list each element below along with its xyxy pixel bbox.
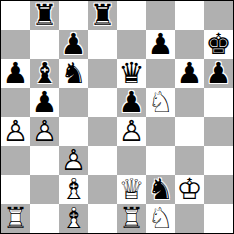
- black-pawn[interactable]: ♟: [146, 30, 175, 59]
- square-g3[interactable]: [175, 146, 204, 175]
- square-h3[interactable]: [204, 146, 233, 175]
- white-bishop-outline: ♗: [59, 204, 88, 233]
- square-e8[interactable]: [117, 1, 146, 30]
- white-rook-outline: ♖: [117, 204, 146, 233]
- square-d8[interactable]: ♜: [88, 1, 117, 30]
- square-b2[interactable]: [30, 175, 59, 204]
- white-knight[interactable]: ♞♘: [146, 88, 175, 117]
- square-g7[interactable]: [175, 30, 204, 59]
- black-rook[interactable]: ♜: [88, 1, 117, 30]
- white-knight-outline: ♘: [146, 88, 175, 117]
- square-e3[interactable]: [117, 146, 146, 175]
- white-pawn-outline: ♙: [59, 146, 88, 175]
- square-a5[interactable]: [1, 88, 30, 117]
- square-g1[interactable]: [175, 204, 204, 233]
- white-pawn[interactable]: ♟♙: [117, 117, 146, 146]
- black-bishop[interactable]: ♝: [30, 59, 59, 88]
- square-c6[interactable]: ♞: [59, 59, 88, 88]
- square-g8[interactable]: [175, 1, 204, 30]
- square-f8[interactable]: [146, 1, 175, 30]
- square-e4[interactable]: ♟♙: [117, 117, 146, 146]
- white-bishop[interactable]: ♝♗: [59, 175, 88, 204]
- square-d3[interactable]: [88, 146, 117, 175]
- black-queen[interactable]: ♛: [117, 59, 146, 88]
- square-a4[interactable]: ♟♙: [1, 117, 30, 146]
- white-pawn[interactable]: ♟♙: [59, 146, 88, 175]
- square-e2[interactable]: ♛♕: [117, 175, 146, 204]
- square-b1[interactable]: [30, 204, 59, 233]
- square-e7[interactable]: [117, 30, 146, 59]
- square-c2[interactable]: ♝♗: [59, 175, 88, 204]
- square-e6[interactable]: ♛: [117, 59, 146, 88]
- white-queen-outline: ♕: [117, 175, 146, 204]
- black-pawn[interactable]: ♟: [117, 88, 146, 117]
- square-d4[interactable]: [88, 117, 117, 146]
- square-h4[interactable]: [204, 117, 233, 146]
- white-pawn-outline: ♙: [30, 117, 59, 146]
- black-pawn[interactable]: ♟: [1, 59, 30, 88]
- square-d5[interactable]: [88, 88, 117, 117]
- square-d6[interactable]: [88, 59, 117, 88]
- square-f5[interactable]: ♞♘: [146, 88, 175, 117]
- square-h1[interactable]: [204, 204, 233, 233]
- square-f7[interactable]: ♟: [146, 30, 175, 59]
- square-a1[interactable]: ♜♖: [1, 204, 30, 233]
- square-c5[interactable]: [59, 88, 88, 117]
- square-c3[interactable]: ♟♙: [59, 146, 88, 175]
- square-b7[interactable]: [30, 30, 59, 59]
- square-g2[interactable]: ♚♔: [175, 175, 204, 204]
- square-f2[interactable]: ♞: [146, 175, 175, 204]
- square-c4[interactable]: [59, 117, 88, 146]
- square-a3[interactable]: [1, 146, 30, 175]
- white-pawn-outline: ♙: [1, 117, 30, 146]
- white-rook[interactable]: ♜♖: [1, 204, 30, 233]
- white-bishop-outline: ♗: [59, 175, 88, 204]
- black-rook[interactable]: ♜: [30, 1, 59, 30]
- square-f3[interactable]: [146, 146, 175, 175]
- white-queen[interactable]: ♛♕: [117, 175, 146, 204]
- white-rook[interactable]: ♜♖: [117, 204, 146, 233]
- white-bishop[interactable]: ♝♗: [59, 204, 88, 233]
- white-knight-outline: ♘: [146, 204, 175, 233]
- square-c7[interactable]: ♟: [59, 30, 88, 59]
- square-f6[interactable]: [146, 59, 175, 88]
- white-pawn[interactable]: ♟♙: [30, 117, 59, 146]
- square-g4[interactable]: [175, 117, 204, 146]
- white-rook-outline: ♖: [1, 204, 30, 233]
- square-d2[interactable]: [88, 175, 117, 204]
- square-a2[interactable]: [1, 175, 30, 204]
- black-pawn[interactable]: ♟: [59, 30, 88, 59]
- white-king-outline: ♔: [175, 175, 204, 204]
- square-b3[interactable]: [30, 146, 59, 175]
- square-f1[interactable]: ♞♘: [146, 204, 175, 233]
- white-knight[interactable]: ♞♘: [146, 204, 175, 233]
- black-pawn[interactable]: ♟: [175, 59, 204, 88]
- square-a8[interactable]: [1, 1, 30, 30]
- black-knight[interactable]: ♞: [146, 175, 175, 204]
- square-d7[interactable]: [88, 30, 117, 59]
- square-h5[interactable]: [204, 88, 233, 117]
- chess-board: ♜♜♟♟♚♟♝♞♛♟♟♟♟♞♘♟♙♟♙♟♙♟♙♝♗♛♕♞♚♔♜♖♝♗♜♖♞♘: [0, 0, 234, 234]
- white-pawn-outline: ♙: [117, 117, 146, 146]
- square-e1[interactable]: ♜♖: [117, 204, 146, 233]
- square-h2[interactable]: [204, 175, 233, 204]
- white-pawn[interactable]: ♟♙: [1, 117, 30, 146]
- square-h8[interactable]: [204, 1, 233, 30]
- black-pawn[interactable]: ♟: [204, 59, 233, 88]
- square-d1[interactable]: [88, 204, 117, 233]
- square-h6[interactable]: ♟: [204, 59, 233, 88]
- square-b8[interactable]: ♜: [30, 1, 59, 30]
- square-a7[interactable]: [1, 30, 30, 59]
- square-h7[interactable]: ♚: [204, 30, 233, 59]
- square-c1[interactable]: ♝♗: [59, 204, 88, 233]
- black-king[interactable]: ♚: [204, 30, 233, 59]
- black-pawn[interactable]: ♟: [30, 88, 59, 117]
- square-b6[interactable]: ♝: [30, 59, 59, 88]
- square-b5[interactable]: ♟: [30, 88, 59, 117]
- square-f4[interactable]: [146, 117, 175, 146]
- black-knight[interactable]: ♞: [59, 59, 88, 88]
- square-a6[interactable]: ♟: [1, 59, 30, 88]
- square-g6[interactable]: ♟: [175, 59, 204, 88]
- white-king[interactable]: ♚♔: [175, 175, 204, 204]
- square-e5[interactable]: ♟: [117, 88, 146, 117]
- square-b4[interactable]: ♟♙: [30, 117, 59, 146]
- square-g5[interactable]: [175, 88, 204, 117]
- square-c8[interactable]: [59, 1, 88, 30]
